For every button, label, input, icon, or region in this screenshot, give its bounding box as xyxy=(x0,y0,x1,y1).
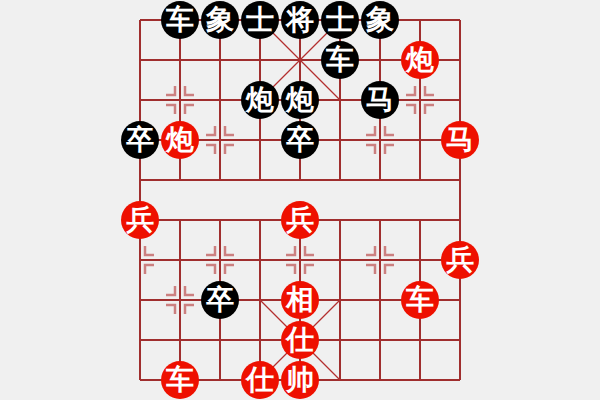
piece-red-elephant[interactable]: 相 xyxy=(281,281,319,319)
piece-black-chariot[interactable]: 车 xyxy=(321,41,359,79)
board-point[interactable] xyxy=(320,320,360,360)
board-point[interactable] xyxy=(400,320,440,360)
pieces-grid: 车象士将士象车炮炮炮马卒炮卒马兵兵兵卒相车仕车仕帅 xyxy=(120,0,480,400)
board-point[interactable]: 炮 xyxy=(400,40,440,80)
piece-red-soldier[interactable]: 兵 xyxy=(281,201,319,239)
board-point[interactable] xyxy=(320,200,360,240)
board-point[interactable] xyxy=(400,160,440,200)
board-point[interactable] xyxy=(120,40,160,80)
piece-black-chariot[interactable]: 车 xyxy=(161,1,199,39)
board-point[interactable] xyxy=(120,0,160,40)
board-point[interactable] xyxy=(400,80,440,120)
board-point[interactable] xyxy=(200,240,240,280)
piece-red-chariot[interactable]: 车 xyxy=(401,281,439,319)
board-point[interactable]: 仕 xyxy=(280,320,320,360)
board-point[interactable]: 马 xyxy=(440,120,480,160)
board-point[interactable]: 象 xyxy=(360,0,400,40)
board-point[interactable] xyxy=(240,160,280,200)
board-point[interactable] xyxy=(240,240,280,280)
board-point[interactable] xyxy=(200,200,240,240)
board-point[interactable] xyxy=(440,360,480,400)
piece-black-horse[interactable]: 马 xyxy=(361,81,399,119)
board-point[interactable] xyxy=(120,80,160,120)
board-point[interactable]: 车 xyxy=(320,40,360,80)
board-point[interactable] xyxy=(240,40,280,80)
board-point[interactable] xyxy=(400,200,440,240)
board-point[interactable] xyxy=(360,120,400,160)
piece-red-soldier[interactable]: 兵 xyxy=(121,201,159,239)
board-point[interactable]: 兵 xyxy=(280,200,320,240)
board-point[interactable]: 卒 xyxy=(280,120,320,160)
board-point[interactable] xyxy=(360,200,400,240)
board-point[interactable]: 车 xyxy=(160,0,200,40)
xiangqi-board: 车象士将士象车炮炮炮马卒炮卒马兵兵兵卒相车仕车仕帅 xyxy=(0,0,600,400)
piece-black-advisor[interactable]: 士 xyxy=(321,1,359,39)
board-point[interactable]: 将 xyxy=(280,0,320,40)
board-point[interactable] xyxy=(240,200,280,240)
board-point[interactable]: 兵 xyxy=(440,240,480,280)
piece-red-soldier[interactable]: 兵 xyxy=(441,241,479,279)
board-point[interactable] xyxy=(440,160,480,200)
piece-red-advisor[interactable]: 仕 xyxy=(241,361,279,399)
piece-black-elephant[interactable]: 象 xyxy=(361,1,399,39)
piece-black-cannon[interactable]: 炮 xyxy=(241,81,279,119)
board-point[interactable]: 相 xyxy=(280,280,320,320)
board-point[interactable] xyxy=(160,320,200,360)
board-point[interactable] xyxy=(440,0,480,40)
board-point[interactable] xyxy=(400,360,440,400)
board-point[interactable]: 车 xyxy=(400,280,440,320)
board-point[interactable] xyxy=(160,160,200,200)
board-point[interactable] xyxy=(320,360,360,400)
board-point[interactable]: 帅 xyxy=(280,360,320,400)
board-point[interactable] xyxy=(160,240,200,280)
board-point[interactable]: 士 xyxy=(240,0,280,40)
board-point[interactable]: 炮 xyxy=(160,120,200,160)
board-point[interactable] xyxy=(360,40,400,80)
board-point[interactable] xyxy=(120,240,160,280)
board-point[interactable]: 象 xyxy=(200,0,240,40)
piece-black-soldier[interactable]: 卒 xyxy=(121,121,159,159)
board-point[interactable] xyxy=(360,360,400,400)
piece-black-elephant[interactable]: 象 xyxy=(201,1,239,39)
board-point[interactable] xyxy=(200,160,240,200)
board-point[interactable] xyxy=(440,280,480,320)
board-point[interactable] xyxy=(320,240,360,280)
board-point[interactable]: 马 xyxy=(360,80,400,120)
board-point[interactable]: 士 xyxy=(320,0,360,40)
piece-black-advisor[interactable]: 士 xyxy=(241,1,279,39)
board-point[interactable]: 卒 xyxy=(200,280,240,320)
piece-red-horse[interactable]: 马 xyxy=(441,121,479,159)
piece-red-chariot[interactable]: 车 xyxy=(161,361,199,399)
board-point[interactable] xyxy=(240,120,280,160)
board-point[interactable]: 车 xyxy=(160,360,200,400)
piece-red-advisor[interactable]: 仕 xyxy=(281,321,319,359)
piece-red-general[interactable]: 帅 xyxy=(281,361,319,399)
piece-red-cannon[interactable]: 炮 xyxy=(401,41,439,79)
board-point[interactable] xyxy=(360,240,400,280)
piece-red-cannon[interactable]: 炮 xyxy=(161,121,199,159)
board-point[interactable] xyxy=(160,200,200,240)
board-point[interactable]: 仕 xyxy=(240,360,280,400)
board-point[interactable] xyxy=(280,40,320,80)
board-point[interactable] xyxy=(120,320,160,360)
board-point[interactable] xyxy=(120,280,160,320)
board-point[interactable] xyxy=(200,40,240,80)
board-point[interactable] xyxy=(320,120,360,160)
board-point[interactable] xyxy=(440,320,480,360)
board-point[interactable] xyxy=(200,320,240,360)
board-point[interactable] xyxy=(280,240,320,280)
board-point[interactable] xyxy=(120,360,160,400)
board-point[interactable] xyxy=(200,80,240,120)
board-point[interactable] xyxy=(360,320,400,360)
piece-black-soldier[interactable]: 卒 xyxy=(281,121,319,159)
board-point[interactable] xyxy=(360,280,400,320)
board-point[interactable] xyxy=(280,160,320,200)
board-point[interactable] xyxy=(200,360,240,400)
board-point[interactable]: 炮 xyxy=(280,80,320,120)
board-point[interactable] xyxy=(240,280,280,320)
board-point[interactable] xyxy=(240,320,280,360)
board-point[interactable] xyxy=(320,280,360,320)
board-point[interactable] xyxy=(440,200,480,240)
board-point[interactable]: 卒 xyxy=(120,120,160,160)
board-point[interactable] xyxy=(200,120,240,160)
piece-black-soldier[interactable]: 卒 xyxy=(201,281,239,319)
board-point[interactable] xyxy=(400,0,440,40)
board-point[interactable] xyxy=(160,80,200,120)
board-point[interactable] xyxy=(320,80,360,120)
board-point[interactable]: 兵 xyxy=(120,200,160,240)
board-point[interactable]: 炮 xyxy=(240,80,280,120)
board-point[interactable] xyxy=(160,40,200,80)
board-point[interactable] xyxy=(160,280,200,320)
piece-black-cannon[interactable]: 炮 xyxy=(281,81,319,119)
board-point[interactable] xyxy=(120,160,160,200)
board-point[interactable] xyxy=(320,160,360,200)
board-point[interactable] xyxy=(440,40,480,80)
board-point[interactable] xyxy=(400,240,440,280)
piece-black-general[interactable]: 将 xyxy=(281,1,319,39)
board-point[interactable] xyxy=(360,160,400,200)
board-point[interactable] xyxy=(400,120,440,160)
board-point[interactable] xyxy=(440,80,480,120)
